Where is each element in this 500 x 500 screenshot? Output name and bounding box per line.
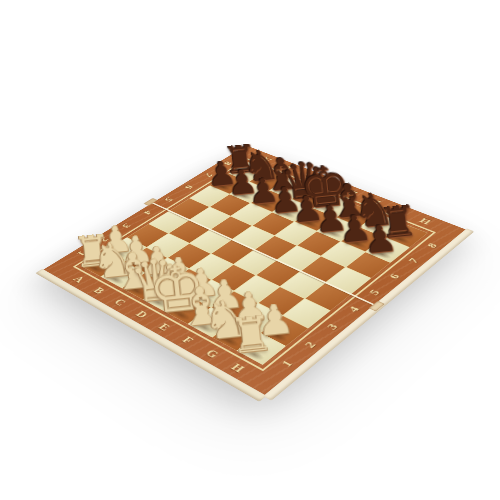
file-label: G <box>202 347 223 361</box>
file-label: C <box>300 172 317 181</box>
rank-label: 6 <box>385 271 405 282</box>
squares-grid: ♜♞♝♛♚♝♞♜♟♟♟♟♟♟♟♟♟♟♟♟♟♟♟♟♜♞♝♛♚♝♞♜ <box>81 162 427 365</box>
file-label: F <box>178 334 198 347</box>
file-label: B <box>279 164 295 172</box>
piece-shadow <box>193 321 217 335</box>
piece-shadow <box>242 347 267 362</box>
piece-shadow <box>365 224 387 235</box>
piece-shadow <box>217 304 240 318</box>
file-label: C <box>110 296 129 308</box>
file-label: A <box>259 156 275 164</box>
rank-label: 8 <box>423 240 442 251</box>
chess-board: ♜♞♝♛♚♝♞♜♟♟♟♟♟♟♟♟♟♟♟♟♟♟♟♟♜♞♝♛♚♝♞♜ AA88BB7… <box>43 145 465 395</box>
piece-shadow <box>170 308 193 322</box>
piece-shadow <box>105 274 126 286</box>
piece-shadow <box>318 205 339 215</box>
square-g8: ♞ <box>361 214 402 237</box>
playing-area-border: ♜♞♝♛♚♝♞♜♟♟♟♟♟♟♟♟♟♟♟♟♟♟♟♟♜♞♝♛♚♝♞♜ <box>73 158 436 371</box>
file-label: E <box>154 321 174 334</box>
piece-shadow <box>299 218 321 229</box>
file-label: A <box>69 274 88 285</box>
rank-label: 4 <box>344 303 364 315</box>
piece-shadow <box>108 248 129 259</box>
square-c4 <box>190 230 231 253</box>
camera-tilt: ♜♞♝♛♚♝♞♜♟♟♟♟♟♟♟♟♟♟♟♟♟♟♟♟♜♞♝♛♚♝♞♜ AA88BB7… <box>0 0 500 500</box>
rank-label: 7 <box>404 255 423 266</box>
piece-shadow <box>171 281 193 294</box>
rank-label: 1 <box>277 356 298 370</box>
piece-shadow <box>126 285 148 298</box>
square-d3 <box>189 254 232 279</box>
piece-shadow <box>148 296 170 309</box>
piece-shadow <box>390 234 413 245</box>
file-label: H <box>227 361 248 375</box>
product-photo: ♜♞♝♛♚♝♞♜♟♟♟♟♟♟♟♟♟♟♟♟♟♟♟♟♜♞♝♛♚♝♞♜ AA88BB7… <box>0 0 500 500</box>
rank-label: 5 <box>365 287 385 299</box>
rank-label: 3 <box>322 320 343 333</box>
file-label: D <box>132 308 152 320</box>
piece-shadow <box>217 334 241 349</box>
file-label: B <box>90 285 109 297</box>
piece-shadow <box>85 263 106 275</box>
rank-label: 2 <box>300 338 321 351</box>
piece-shadow <box>371 248 394 260</box>
